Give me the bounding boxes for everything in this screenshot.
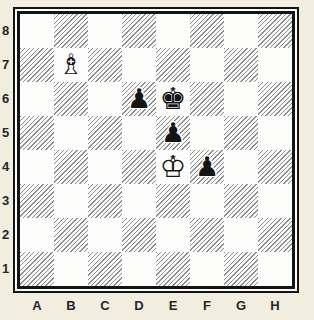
square-e3 (156, 184, 190, 218)
square-c8 (88, 14, 122, 48)
square-f2 (190, 218, 224, 252)
rank-label-2: 2 (0, 218, 11, 252)
square-e6: ♚ (156, 82, 190, 116)
square-h1 (258, 252, 292, 286)
square-f5 (190, 116, 224, 150)
file-label-a: A (20, 297, 54, 315)
square-c1 (88, 252, 122, 286)
square-f3 (190, 184, 224, 218)
square-g5 (224, 116, 258, 150)
square-d7 (122, 48, 156, 82)
square-f4: ♟ (190, 150, 224, 184)
square-c2 (88, 218, 122, 252)
square-g2 (224, 218, 258, 252)
square-d3 (122, 184, 156, 218)
rank-label-6: 6 (0, 82, 11, 116)
file-label-b: B (54, 297, 88, 315)
square-a2 (20, 218, 54, 252)
file-label-f: F (190, 297, 224, 315)
square-h6 (258, 82, 292, 116)
rank-label-7: 7 (0, 48, 11, 82)
rank-label-5: 5 (0, 116, 11, 150)
square-g6 (224, 82, 258, 116)
rank-label-8: 8 (0, 14, 11, 48)
square-e2 (156, 218, 190, 252)
square-h4 (258, 150, 292, 184)
square-b5 (54, 116, 88, 150)
square-b2 (54, 218, 88, 252)
file-label-h: H (258, 297, 292, 315)
square-e1 (156, 252, 190, 286)
square-g7 (224, 48, 258, 82)
square-g1 (224, 252, 258, 286)
square-h3 (258, 184, 292, 218)
square-a5 (20, 116, 54, 150)
square-d4 (122, 150, 156, 184)
square-d5 (122, 116, 156, 150)
file-label-c: C (88, 297, 122, 315)
piece-white-king: ♔ (160, 150, 187, 184)
square-a6 (20, 82, 54, 116)
square-h8 (258, 14, 292, 48)
square-a3 (20, 184, 54, 218)
square-f8 (190, 14, 224, 48)
square-f6 (190, 82, 224, 116)
square-b1 (54, 252, 88, 286)
piece-black-king: ♚ (160, 82, 187, 116)
square-c5 (88, 116, 122, 150)
square-h7 (258, 48, 292, 82)
file-label-e: E (156, 297, 190, 315)
square-c3 (88, 184, 122, 218)
square-b3 (54, 184, 88, 218)
square-b7: ♗ (54, 48, 88, 82)
chess-diagram: ♗♟♚♟♔♟ 87654321 ABCDEFGH (0, 0, 314, 320)
square-h2 (258, 218, 292, 252)
square-a1 (20, 252, 54, 286)
piece-white-bishop: ♗ (58, 48, 83, 82)
square-c4 (88, 150, 122, 184)
piece-black-pawn: ♟ (127, 82, 151, 116)
square-e4: ♔ (156, 150, 190, 184)
square-d6: ♟ (122, 82, 156, 116)
piece-black-pawn: ♟ (161, 116, 185, 150)
piece-black-pawn: ♟ (195, 150, 219, 184)
square-g4 (224, 150, 258, 184)
square-e5: ♟ (156, 116, 190, 150)
square-a4 (20, 150, 54, 184)
square-f7 (190, 48, 224, 82)
rank-label-4: 4 (0, 150, 11, 184)
square-f1 (190, 252, 224, 286)
square-c7 (88, 48, 122, 82)
square-h5 (258, 116, 292, 150)
square-d1 (122, 252, 156, 286)
board-border: ♗♟♚♟♔♟ (17, 11, 295, 289)
square-b4 (54, 150, 88, 184)
file-label-d: D (122, 297, 156, 315)
square-b6 (54, 82, 88, 116)
square-d2 (122, 218, 156, 252)
square-e8 (156, 14, 190, 48)
square-e7 (156, 48, 190, 82)
square-a7 (20, 48, 54, 82)
chess-board: ♗♟♚♟♔♟ (20, 14, 292, 286)
square-g3 (224, 184, 258, 218)
rank-label-3: 3 (0, 184, 11, 218)
square-g8 (224, 14, 258, 48)
square-a8 (20, 14, 54, 48)
rank-label-1: 1 (0, 252, 11, 286)
square-c6 (88, 82, 122, 116)
square-b8 (54, 14, 88, 48)
file-label-g: G (224, 297, 258, 315)
board-frame: ♗♟♚♟♔♟ (13, 7, 299, 293)
square-d8 (122, 14, 156, 48)
